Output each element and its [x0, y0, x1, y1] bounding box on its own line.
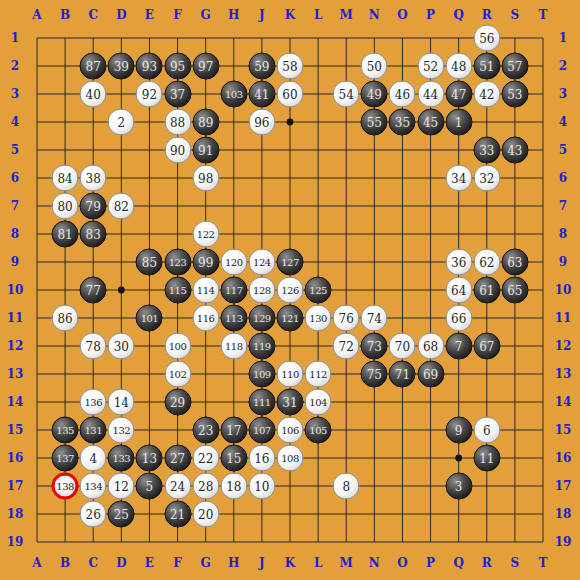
col-label-bottom-E: E	[145, 556, 154, 570]
stone-R6: 32	[473, 165, 500, 192]
stone-B7: 80	[52, 193, 79, 220]
stone-K3: 60	[277, 81, 304, 108]
stone-B11: 86	[52, 305, 79, 332]
stone-S9: 63	[501, 249, 528, 276]
stone-G5: 91	[192, 137, 219, 164]
stone-B15: 135	[52, 417, 79, 444]
stone-F3: 37	[164, 81, 191, 108]
stone-G11: 116	[192, 305, 219, 332]
stone-N3: 49	[361, 81, 388, 108]
stone-P4: 45	[417, 109, 444, 136]
stone-G16: 22	[192, 445, 219, 472]
stone-N13: 75	[361, 361, 388, 388]
stone-O13: 71	[389, 361, 416, 388]
stone-C12: 78	[80, 333, 107, 360]
stone-P12: 68	[417, 333, 444, 360]
stone-D7: 82	[108, 193, 135, 220]
stone-F2: 95	[164, 53, 191, 80]
col-label-bottom-G: G	[201, 556, 211, 570]
stone-C6: 38	[80, 165, 107, 192]
row-label-left-14: 14	[7, 395, 24, 409]
stone-N4: 55	[361, 109, 388, 136]
col-label-top-E: E	[145, 8, 154, 22]
stone-O12: 70	[389, 333, 416, 360]
col-label-bottom-Q: Q	[453, 556, 463, 570]
stone-E3: 92	[136, 81, 163, 108]
stone-K14: 31	[277, 389, 304, 416]
col-label-bottom-T: T	[539, 556, 548, 570]
stone-C18: 26	[80, 501, 107, 528]
col-label-bottom-R: R	[482, 556, 492, 570]
row-label-right-3: 3	[559, 87, 567, 101]
stone-S10: 65	[501, 277, 528, 304]
stone-Q10: 64	[445, 277, 472, 304]
stone-D18: 25	[108, 501, 135, 528]
stone-N12: 73	[361, 333, 388, 360]
stone-E11: 101	[136, 305, 163, 332]
stone-C14: 136	[80, 389, 107, 416]
stone-K9: 127	[277, 249, 304, 276]
col-label-bottom-M: M	[340, 556, 353, 570]
row-label-left-6: 6	[11, 171, 19, 185]
stone-F18: 21	[164, 501, 191, 528]
stone-R15: 6	[473, 417, 500, 444]
stone-E9: 85	[136, 249, 163, 276]
star-point-Q16	[455, 455, 462, 462]
last-move-stone-B17: 138	[52, 473, 79, 500]
row-label-right-17: 17	[555, 479, 572, 493]
stone-G8: 122	[192, 221, 219, 248]
stone-M11: 76	[333, 305, 360, 332]
stone-J4: 96	[248, 109, 275, 136]
stone-D2: 39	[108, 53, 135, 80]
stone-S5: 43	[501, 137, 528, 164]
stone-H17: 18	[220, 473, 247, 500]
row-label-right-2: 2	[559, 59, 567, 73]
stone-D17: 12	[108, 473, 135, 500]
col-label-bottom-O: O	[397, 556, 407, 570]
stone-H10: 117	[220, 277, 247, 304]
col-label-top-S: S	[511, 8, 520, 22]
stone-B6: 84	[52, 165, 79, 192]
stone-G17: 28	[192, 473, 219, 500]
row-label-left-10: 10	[7, 283, 24, 297]
stone-P2: 52	[417, 53, 444, 80]
col-label-top-K: K	[285, 8, 295, 22]
stone-P3: 44	[417, 81, 444, 108]
stone-L11: 130	[305, 305, 332, 332]
stone-F13: 102	[164, 361, 191, 388]
stone-M12: 72	[333, 333, 360, 360]
stone-Q11: 66	[445, 305, 472, 332]
row-label-left-2: 2	[11, 59, 19, 73]
stone-J14: 111	[248, 389, 275, 416]
row-label-left-12: 12	[7, 339, 24, 353]
row-label-left-17: 17	[7, 479, 24, 493]
row-label-right-19: 19	[555, 535, 572, 549]
stone-Q3: 47	[445, 81, 472, 108]
col-label-top-L: L	[314, 8, 322, 22]
col-label-bottom-F: F	[173, 556, 182, 570]
stone-Q12: 7	[445, 333, 472, 360]
star-point-D10	[118, 287, 125, 294]
row-label-right-1: 1	[559, 31, 567, 45]
stone-Q17: 3	[445, 473, 472, 500]
col-label-bottom-A: A	[32, 556, 41, 570]
row-label-left-9: 9	[11, 255, 19, 269]
row-label-left-1: 1	[11, 31, 19, 45]
row-label-right-5: 5	[559, 143, 567, 157]
stone-G2: 97	[192, 53, 219, 80]
row-label-left-7: 7	[11, 199, 19, 213]
col-label-top-P: P	[426, 8, 435, 22]
row-label-right-6: 6	[559, 171, 567, 185]
row-label-left-16: 16	[7, 451, 24, 465]
col-label-top-C: C	[88, 8, 98, 22]
col-label-top-T: T	[539, 8, 548, 22]
stone-J9: 124	[248, 249, 275, 276]
stone-G6: 98	[192, 165, 219, 192]
row-label-left-19: 19	[7, 535, 24, 549]
row-label-left-11: 11	[7, 311, 24, 325]
col-label-bottom-K: K	[285, 556, 295, 570]
stone-R16: 11	[473, 445, 500, 472]
row-label-right-4: 4	[559, 115, 567, 129]
row-label-right-8: 8	[559, 227, 567, 241]
col-label-bottom-J: J	[259, 556, 265, 570]
stone-D16: 133	[108, 445, 135, 472]
star-point-K4	[287, 119, 294, 126]
stone-S3: 53	[501, 81, 528, 108]
row-label-left-18: 18	[7, 507, 24, 521]
stone-R12: 67	[473, 333, 500, 360]
stone-J3: 41	[248, 81, 275, 108]
stone-E17: 5	[136, 473, 163, 500]
stone-J17: 10	[248, 473, 275, 500]
col-label-top-G: G	[201, 8, 211, 22]
stone-D4: 2	[108, 109, 135, 136]
row-label-right-7: 7	[559, 199, 567, 213]
row-label-left-4: 4	[11, 115, 19, 129]
col-label-bottom-S: S	[511, 556, 520, 570]
row-label-left-13: 13	[7, 367, 24, 381]
col-label-top-A: A	[32, 8, 41, 22]
stone-R1: 56	[473, 25, 500, 52]
stone-D12: 30	[108, 333, 135, 360]
col-label-top-H: H	[228, 8, 239, 22]
stone-J12: 119	[248, 333, 275, 360]
stone-G15: 23	[192, 417, 219, 444]
row-label-left-8: 8	[11, 227, 19, 241]
stone-F4: 88	[164, 109, 191, 136]
stone-H11: 113	[220, 305, 247, 332]
col-label-bottom-P: P	[426, 556, 435, 570]
stone-K16: 108	[277, 445, 304, 472]
stone-H3: 103	[220, 81, 247, 108]
stone-R9: 62	[473, 249, 500, 276]
row-label-right-11: 11	[555, 311, 572, 325]
col-label-top-B: B	[60, 8, 70, 22]
stone-Q6: 34	[445, 165, 472, 192]
stone-F16: 27	[164, 445, 191, 472]
stone-C17: 134	[80, 473, 107, 500]
stone-H15: 17	[220, 417, 247, 444]
stone-K11: 121	[277, 305, 304, 332]
col-label-top-F: F	[173, 8, 182, 22]
stone-E2: 93	[136, 53, 163, 80]
col-label-top-N: N	[369, 8, 380, 22]
stone-D15: 132	[108, 417, 135, 444]
stone-C2: 87	[80, 53, 107, 80]
row-label-left-15: 15	[7, 423, 24, 437]
stone-C15: 131	[80, 417, 107, 444]
stone-Q9: 36	[445, 249, 472, 276]
stone-G9: 99	[192, 249, 219, 276]
col-label-bottom-H: H	[228, 556, 239, 570]
stone-L10: 125	[305, 277, 332, 304]
stone-G18: 20	[192, 501, 219, 528]
stone-J11: 129	[248, 305, 275, 332]
stone-O4: 35	[389, 109, 416, 136]
stone-R2: 51	[473, 53, 500, 80]
stone-C7: 79	[80, 193, 107, 220]
stone-K15: 106	[277, 417, 304, 444]
col-label-top-J: J	[259, 8, 265, 22]
stone-H12: 118	[220, 333, 247, 360]
stone-N2: 50	[361, 53, 388, 80]
col-label-top-M: M	[340, 8, 353, 22]
row-label-right-10: 10	[555, 283, 572, 297]
stone-K10: 126	[277, 277, 304, 304]
row-label-right-9: 9	[559, 255, 567, 269]
col-label-bottom-D: D	[116, 556, 126, 570]
stone-J2: 59	[248, 53, 275, 80]
stone-J10: 128	[248, 277, 275, 304]
stone-Q15: 9	[445, 417, 472, 444]
stone-O3: 46	[389, 81, 416, 108]
stone-J16: 16	[248, 445, 275, 472]
row-label-right-14: 14	[555, 395, 572, 409]
stone-P13: 69	[417, 361, 444, 388]
row-label-right-12: 12	[555, 339, 572, 353]
col-label-bottom-B: B	[60, 556, 70, 570]
stone-M17: 8	[333, 473, 360, 500]
row-label-right-16: 16	[555, 451, 572, 465]
stone-L15: 105	[305, 417, 332, 444]
stone-F14: 29	[164, 389, 191, 416]
stone-J15: 107	[248, 417, 275, 444]
stone-H16: 15	[220, 445, 247, 472]
stone-B8: 81	[52, 221, 79, 248]
stone-G10: 114	[192, 277, 219, 304]
stone-K13: 110	[277, 361, 304, 388]
stone-H9: 120	[220, 249, 247, 276]
stone-Q2: 48	[445, 53, 472, 80]
stone-C8: 83	[80, 221, 107, 248]
col-label-top-O: O	[397, 8, 407, 22]
stone-C10: 77	[80, 277, 107, 304]
stone-K2: 58	[277, 53, 304, 80]
stone-D14: 14	[108, 389, 135, 416]
col-label-bottom-L: L	[314, 556, 322, 570]
stone-B16: 137	[52, 445, 79, 472]
stone-F17: 24	[164, 473, 191, 500]
stone-R10: 61	[473, 277, 500, 304]
stone-L14: 104	[305, 389, 332, 416]
stone-F5: 90	[164, 137, 191, 164]
stone-S2: 57	[501, 53, 528, 80]
col-label-top-Q: Q	[453, 8, 463, 22]
row-label-right-13: 13	[555, 367, 572, 381]
row-label-right-18: 18	[555, 507, 572, 521]
stone-R3: 42	[473, 81, 500, 108]
row-label-right-15: 15	[555, 423, 572, 437]
stone-M3: 54	[333, 81, 360, 108]
stone-F9: 123	[164, 249, 191, 276]
stone-G4: 89	[192, 109, 219, 136]
col-label-bottom-N: N	[369, 556, 380, 570]
col-label-top-R: R	[482, 8, 492, 22]
row-label-left-3: 3	[11, 87, 19, 101]
stone-F10: 115	[164, 277, 191, 304]
stone-L13: 112	[305, 361, 332, 388]
stone-C16: 4	[80, 445, 107, 472]
stone-C3: 40	[80, 81, 107, 108]
stone-Q4: 1	[445, 109, 472, 136]
row-label-left-5: 5	[11, 143, 19, 157]
stone-N11: 74	[361, 305, 388, 332]
stone-F12: 100	[164, 333, 191, 360]
stone-J13: 109	[248, 361, 275, 388]
stone-R5: 33	[473, 137, 500, 164]
go-board[interactable]: ABCDEFGHJKLMNOPQRST ABCDEFGHJKLMNOPQRST …	[0, 0, 580, 580]
stone-E16: 13	[136, 445, 163, 472]
col-label-top-D: D	[116, 8, 126, 22]
col-label-bottom-C: C	[88, 556, 98, 570]
